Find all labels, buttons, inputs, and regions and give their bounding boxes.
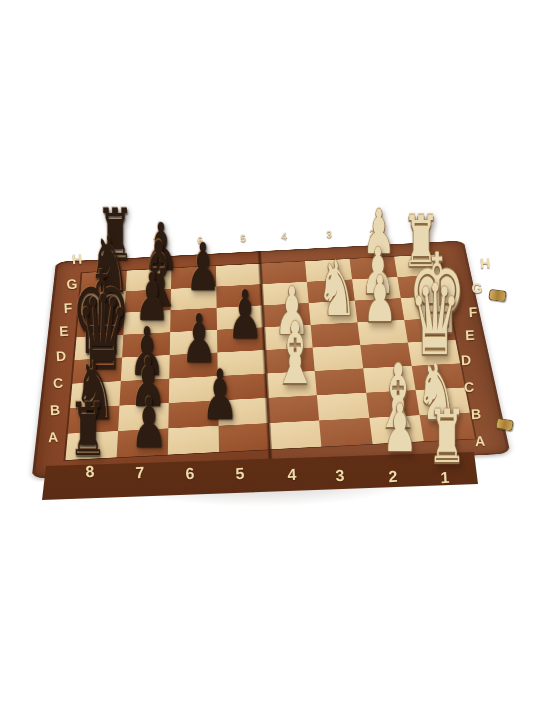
file-label-left-c: C (53, 375, 64, 392)
brass-clasp-icon (495, 418, 514, 432)
rank-label-front-6: 6 (185, 465, 195, 483)
file-label-left-a: A (48, 429, 59, 446)
file-label-right-f: F (468, 304, 477, 320)
file-label-right-e: E (465, 327, 475, 343)
rank-label-front-2: 2 (388, 468, 398, 486)
file-label-right-a: A (475, 433, 486, 450)
product-photo: HHGGFFEEDDCCBBAA8877665544332211♜♞♚♛♞♜♟♝… (0, 0, 540, 720)
rank-label-front-3: 3 (335, 467, 345, 485)
rank-label-back-5: 5 (240, 232, 246, 243)
rank-label-back-4: 4 (281, 230, 287, 241)
piece-black-pawn-g6: ♟ (186, 235, 221, 301)
piece-white-pawn-f2: ♟ (363, 268, 397, 331)
file-label-left-e: E (59, 323, 69, 339)
piece-white-bishop-c4: ♝ (272, 311, 317, 396)
piece-white-pawn-a2: ♟ (383, 396, 418, 462)
piece-white-knight-f3: ♞ (317, 252, 357, 328)
file-label-right-g: G (471, 280, 483, 297)
file-label-right-c: C (464, 379, 475, 396)
rank-label-back-3: 3 (326, 228, 332, 239)
rank-label-front-5: 5 (235, 465, 245, 483)
piece-black-pawn-a7: ♟ (131, 389, 168, 459)
file-label-right-h: H (480, 255, 491, 272)
piece-black-pawn-c6: ♟ (202, 361, 239, 431)
rank-label-front-7: 7 (135, 464, 145, 482)
brass-clasp-icon (488, 289, 506, 302)
piece-black-pawn-f5: ♟ (227, 282, 263, 349)
file-label-left-b: B (50, 402, 61, 419)
file-label-left-d: D (56, 348, 67, 365)
piece-white-rook-a1: ♜ (428, 400, 467, 473)
rank-label-front-4: 4 (287, 466, 297, 484)
file-label-right-b: B (471, 406, 482, 423)
pieces-and-labels-layer: HHGGFFEEDDCCBBAA8877665544332211♜♞♚♛♞♜♟♝… (0, 0, 540, 720)
piece-black-rook-a8: ♜ (69, 393, 108, 466)
